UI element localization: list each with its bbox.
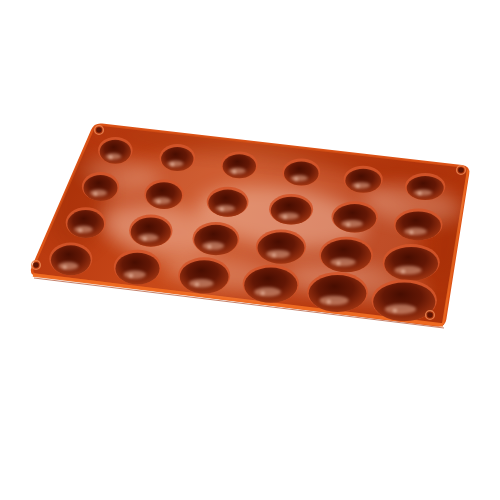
- cavity-specular: [124, 271, 146, 279]
- mold-cavity-r3c4: [256, 229, 306, 263]
- cavity-specular: [414, 190, 433, 196]
- cavity-glint: [418, 192, 421, 195]
- mold-cavity-r3c6: [383, 244, 440, 281]
- mold-cavity-r4c5: [307, 272, 368, 312]
- cavity-glint: [347, 223, 350, 226]
- mold-cavity-r2c2: [144, 179, 183, 209]
- mold-cavity-r2c6: [394, 209, 443, 241]
- mold-cavity-r4c4: [243, 265, 299, 303]
- cavity-specular: [229, 168, 246, 174]
- cavity-bowl: [131, 218, 171, 247]
- cavity-bowl: [258, 232, 305, 263]
- cavity-bowl: [321, 240, 371, 273]
- cavity-glint: [79, 229, 82, 232]
- cavity-glint: [94, 192, 97, 195]
- cavity-bowl: [161, 147, 193, 171]
- cavity-bowl: [180, 260, 229, 293]
- cavity-bowl: [384, 247, 438, 281]
- cavity-specular: [189, 279, 213, 288]
- mold-cavity-r1c2: [160, 144, 196, 171]
- cavity-specular: [254, 287, 281, 296]
- cavity-specular: [138, 234, 158, 242]
- mold-cavity-r1c6: [405, 173, 445, 200]
- cavity-glint: [157, 200, 160, 203]
- product-photo: [0, 0, 500, 500]
- mold-cavity-r2c5: [332, 201, 378, 232]
- mold-cavity-r1c1: [98, 137, 132, 164]
- cavity-glint: [272, 253, 275, 256]
- cavity-specular: [106, 153, 122, 159]
- cavity-glint: [337, 262, 340, 265]
- cavity-specular: [352, 182, 370, 188]
- cavity-glint: [220, 208, 223, 211]
- mold-cavity-r3c2: [129, 215, 172, 247]
- cavity-bowl: [115, 253, 159, 285]
- cavity-specular: [331, 258, 356, 266]
- cavity-glint: [410, 231, 413, 234]
- cavity-specular: [153, 197, 171, 204]
- cavity-bowl: [333, 204, 376, 232]
- cavity-specular: [167, 161, 183, 167]
- cavity-glint: [143, 237, 146, 240]
- cavity-bowl: [146, 182, 182, 209]
- cavity-bowl: [271, 197, 312, 225]
- mold-cavity-r1c5: [344, 166, 383, 193]
- cavity-glint: [327, 300, 330, 303]
- cavity-bowl: [284, 162, 319, 186]
- mold-scene: [0, 0, 500, 500]
- cavity-specular: [395, 266, 422, 275]
- cavity-specular: [266, 250, 290, 258]
- cavity-specular: [385, 304, 416, 314]
- mold-cavity-r2c4: [269, 194, 313, 225]
- cavity-glint: [261, 291, 264, 294]
- cavity-glint: [171, 163, 174, 166]
- cavity-bowl: [223, 154, 256, 178]
- mold-cavity-r1c4: [282, 159, 320, 186]
- cavity-glint: [233, 170, 236, 173]
- cavity-glint: [356, 184, 359, 187]
- cavity-specular: [90, 190, 107, 197]
- cavity-specular: [202, 242, 224, 250]
- cavity-glint: [401, 270, 404, 273]
- cavity-specular: [279, 212, 299, 219]
- cavity-specular: [216, 205, 235, 212]
- cavity-bowl: [309, 275, 367, 312]
- cavity-glint: [208, 245, 211, 248]
- mold-cavity-r1c3: [221, 151, 258, 178]
- cavity-bowl: [84, 175, 118, 201]
- cavity-glint: [294, 177, 297, 180]
- cavity-specular: [74, 226, 92, 233]
- cavity-bowl: [208, 190, 247, 217]
- cavity-specular: [404, 228, 427, 236]
- mold-cavity-r4c6: [372, 280, 437, 322]
- cavity-bowl: [345, 169, 381, 193]
- cavity-specular: [341, 220, 363, 227]
- mold-cavity-r3c3: [193, 222, 240, 255]
- cavity-glint: [129, 274, 132, 277]
- mold-cavity-r3c1: [66, 207, 106, 238]
- mold-cavity-r3c5: [319, 237, 373, 272]
- cavity-specular: [291, 175, 308, 181]
- mold-cavity-r4c1: [49, 242, 92, 275]
- cavity-glint: [63, 265, 66, 268]
- cavity-specular: [58, 262, 78, 270]
- cavity-bowl: [407, 176, 444, 200]
- cavity-bowl: [67, 210, 104, 238]
- mold-cavity-r2c3: [207, 187, 249, 217]
- cavity-bowl: [194, 225, 238, 255]
- cavity-glint: [109, 156, 112, 159]
- mold-cavity-r4c2: [114, 250, 161, 285]
- cavity-glint: [283, 215, 286, 218]
- cavity-glint: [195, 283, 198, 286]
- cavity-glint: [393, 309, 396, 312]
- cavity-specular: [320, 296, 349, 306]
- cavity-bowl: [51, 245, 91, 275]
- mold-cavity-r2c1: [82, 172, 119, 201]
- cavity-bowl: [100, 140, 131, 164]
- cavity-bowl: [396, 211, 441, 240]
- cavity-bowl: [244, 268, 297, 303]
- mold-cavity-r4c3: [178, 257, 230, 293]
